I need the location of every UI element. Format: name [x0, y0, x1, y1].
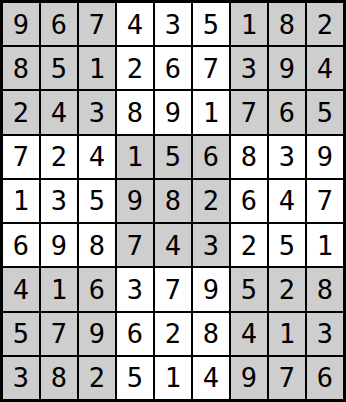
cell-r4c1[interactable]: 7 — [3, 136, 39, 178]
cell-r2c4[interactable]: 2 — [117, 47, 153, 89]
cell-r1c1[interactable]: 9 — [3, 3, 39, 45]
cell-r6c6[interactable]: 3 — [193, 224, 229, 266]
cell-r1c3[interactable]: 7 — [79, 3, 115, 45]
cell-r1c7[interactable]: 1 — [231, 3, 267, 45]
cell-r7c2[interactable]: 1 — [41, 268, 77, 310]
cell-r8c6[interactable]: 8 — [193, 313, 229, 355]
cell-r3c8[interactable]: 6 — [269, 91, 305, 133]
cell-r8c8[interactable]: 1 — [269, 313, 305, 355]
cell-r3c4[interactable]: 8 — [117, 91, 153, 133]
cell-r3c1[interactable]: 2 — [3, 91, 39, 133]
cell-r1c6[interactable]: 5 — [193, 3, 229, 45]
cell-r6c8[interactable]: 5 — [269, 224, 305, 266]
cell-r2c9[interactable]: 4 — [307, 47, 343, 89]
cell-r5c7[interactable]: 6 — [231, 180, 267, 222]
cell-r9c4[interactable]: 5 — [117, 357, 153, 399]
cell-r2c7[interactable]: 3 — [231, 47, 267, 89]
cell-r9c8[interactable]: 7 — [269, 357, 305, 399]
cell-r8c1[interactable]: 5 — [3, 313, 39, 355]
cell-r6c5[interactable]: 4 — [155, 224, 191, 266]
cell-r7c7[interactable]: 5 — [231, 268, 267, 310]
cell-r4c5[interactable]: 5 — [155, 136, 191, 178]
cell-r7c3[interactable]: 6 — [79, 268, 115, 310]
cell-r9c1[interactable]: 3 — [3, 357, 39, 399]
cell-r1c8[interactable]: 8 — [269, 3, 305, 45]
cell-r5c9[interactable]: 7 — [307, 180, 343, 222]
cell-r6c7[interactable]: 2 — [231, 224, 267, 266]
cell-r5c6[interactable]: 2 — [193, 180, 229, 222]
cell-r1c4[interactable]: 4 — [117, 3, 153, 45]
cell-r4c2[interactable]: 2 — [41, 136, 77, 178]
cell-r9c7[interactable]: 9 — [231, 357, 267, 399]
cell-r9c2[interactable]: 8 — [41, 357, 77, 399]
cell-r4c9[interactable]: 9 — [307, 136, 343, 178]
cell-r7c6[interactable]: 9 — [193, 268, 229, 310]
cell-r9c5[interactable]: 1 — [155, 357, 191, 399]
cell-r2c2[interactable]: 5 — [41, 47, 77, 89]
cell-r7c4[interactable]: 3 — [117, 268, 153, 310]
cell-r8c7[interactable]: 4 — [231, 313, 267, 355]
cell-r3c5[interactable]: 9 — [155, 91, 191, 133]
cell-r7c8[interactable]: 2 — [269, 268, 305, 310]
cell-r8c4[interactable]: 6 — [117, 313, 153, 355]
cell-r3c2[interactable]: 4 — [41, 91, 77, 133]
cell-r9c9[interactable]: 6 — [307, 357, 343, 399]
cell-r5c4[interactable]: 9 — [117, 180, 153, 222]
cell-r1c9[interactable]: 2 — [307, 3, 343, 45]
cell-r9c3[interactable]: 2 — [79, 357, 115, 399]
cell-r8c3[interactable]: 9 — [79, 313, 115, 355]
cell-r4c6[interactable]: 6 — [193, 136, 229, 178]
cell-r1c2[interactable]: 6 — [41, 3, 77, 45]
cell-r6c2[interactable]: 9 — [41, 224, 77, 266]
cell-r6c9[interactable]: 1 — [307, 224, 343, 266]
cell-r8c2[interactable]: 7 — [41, 313, 77, 355]
cell-r2c5[interactable]: 6 — [155, 47, 191, 89]
cell-r6c1[interactable]: 6 — [3, 224, 39, 266]
cell-r7c9[interactable]: 8 — [307, 268, 343, 310]
cell-r1c5[interactable]: 3 — [155, 3, 191, 45]
cell-r3c9[interactable]: 5 — [307, 91, 343, 133]
cell-r5c8[interactable]: 4 — [269, 180, 305, 222]
cell-r6c4[interactable]: 7 — [117, 224, 153, 266]
cell-r7c1[interactable]: 4 — [3, 268, 39, 310]
cell-r5c1[interactable]: 1 — [3, 180, 39, 222]
cell-r3c6[interactable]: 1 — [193, 91, 229, 133]
cell-r7c5[interactable]: 7 — [155, 268, 191, 310]
cell-r2c8[interactable]: 9 — [269, 47, 305, 89]
sudoku-board: 9674351828512673942438917657241568391359… — [0, 0, 346, 402]
cell-r3c3[interactable]: 3 — [79, 91, 115, 133]
cell-r4c8[interactable]: 3 — [269, 136, 305, 178]
cell-r2c1[interactable]: 8 — [3, 47, 39, 89]
cell-r8c5[interactable]: 2 — [155, 313, 191, 355]
cell-r5c3[interactable]: 5 — [79, 180, 115, 222]
cell-r4c4[interactable]: 1 — [117, 136, 153, 178]
cell-r8c9[interactable]: 3 — [307, 313, 343, 355]
cell-r4c3[interactable]: 4 — [79, 136, 115, 178]
cell-r6c3[interactable]: 8 — [79, 224, 115, 266]
cell-r5c2[interactable]: 3 — [41, 180, 77, 222]
cell-r5c5[interactable]: 8 — [155, 180, 191, 222]
cell-r4c7[interactable]: 8 — [231, 136, 267, 178]
cell-r2c6[interactable]: 7 — [193, 47, 229, 89]
cell-r9c6[interactable]: 4 — [193, 357, 229, 399]
cell-r3c7[interactable]: 7 — [231, 91, 267, 133]
cell-r2c3[interactable]: 1 — [79, 47, 115, 89]
